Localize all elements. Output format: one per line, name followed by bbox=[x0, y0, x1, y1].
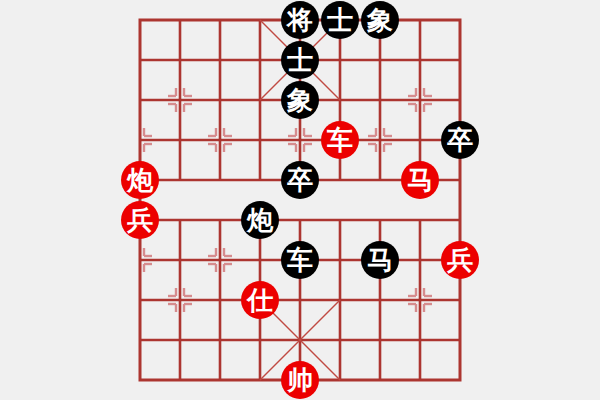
piece-black-soldier[interactable]: 卒 bbox=[281, 161, 319, 199]
piece-red-chariot[interactable]: 车 bbox=[321, 121, 359, 159]
piece-black-horse[interactable]: 马 bbox=[361, 241, 399, 279]
piece-black-cannon[interactable]: 炮 bbox=[241, 201, 279, 239]
piece-red-advisor[interactable]: 仕 bbox=[241, 281, 279, 319]
piece-red-horse[interactable]: 马 bbox=[401, 161, 439, 199]
piece-black-advisor[interactable]: 士 bbox=[321, 1, 359, 39]
piece-black-chariot[interactable]: 车 bbox=[281, 241, 319, 279]
xiangqi-screenshot: 将士象士象车卒炮卒马兵炮车马兵仕帅 bbox=[0, 0, 600, 400]
piece-black-elephant[interactable]: 象 bbox=[281, 81, 319, 119]
piece-red-soldier[interactable]: 兵 bbox=[121, 201, 159, 239]
piece-red-soldier[interactable]: 兵 bbox=[441, 241, 479, 279]
piece-black-soldier[interactable]: 卒 bbox=[441, 121, 479, 159]
xiangqi-board: 将士象士象车卒炮卒马兵炮车马兵仕帅 bbox=[120, 0, 480, 400]
piece-black-elephant[interactable]: 象 bbox=[361, 1, 399, 39]
piece-red-cannon[interactable]: 炮 bbox=[121, 161, 159, 199]
piece-black-advisor[interactable]: 士 bbox=[281, 41, 319, 79]
piece-red-general[interactable]: 帅 bbox=[281, 361, 319, 399]
piece-black-general[interactable]: 将 bbox=[281, 1, 319, 39]
